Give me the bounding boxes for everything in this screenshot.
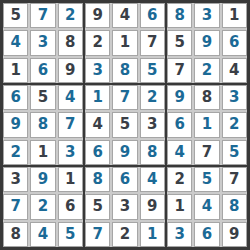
cell-r4c8[interactable]: 8: [194, 85, 219, 110]
cell-r8c4[interactable]: 5: [85, 194, 110, 219]
cell-r8c1[interactable]: 7: [3, 194, 28, 219]
cell-r4c5[interactable]: 7: [112, 85, 137, 110]
cell-r9c6[interactable]: 1: [140, 222, 165, 247]
cell-r2c2[interactable]: 3: [30, 30, 55, 55]
cell-r2c9[interactable]: 6: [222, 30, 247, 55]
cell-r2c1[interactable]: 4: [3, 30, 28, 55]
cell-r7c3[interactable]: 1: [58, 167, 83, 192]
cell-r7c7[interactable]: 2: [167, 167, 192, 192]
cell-r5c9[interactable]: 2: [222, 112, 247, 137]
cell-r5c2[interactable]: 8: [30, 112, 55, 137]
cell-r1c1[interactable]: 5: [3, 3, 28, 28]
cell-r4c7[interactable]: 9: [167, 85, 192, 110]
cell-r8c7[interactable]: 1: [167, 194, 192, 219]
cell-r5c5[interactable]: 5: [112, 112, 137, 137]
cell-r5c7[interactable]: 6: [167, 112, 192, 137]
cell-r7c2[interactable]: 9: [30, 167, 55, 192]
cell-r7c4[interactable]: 8: [85, 167, 110, 192]
cell-r9c1[interactable]: 8: [3, 222, 28, 247]
cell-r7c5[interactable]: 6: [112, 167, 137, 192]
cell-r3c5[interactable]: 8: [112, 58, 137, 83]
cell-r4c1[interactable]: 6: [3, 85, 28, 110]
cell-r4c3[interactable]: 4: [58, 85, 83, 110]
sudoku-board: 5724381699462173858315967246549872131724…: [0, 0, 250, 250]
cell-r1c6[interactable]: 6: [140, 3, 165, 28]
cell-r4c9[interactable]: 3: [222, 85, 247, 110]
cell-r4c4[interactable]: 1: [85, 85, 110, 110]
cell-r7c9[interactable]: 7: [222, 167, 247, 192]
cell-r9c5[interactable]: 2: [112, 222, 137, 247]
cell-r1c9[interactable]: 1: [222, 3, 247, 28]
cell-r7c8[interactable]: 5: [194, 167, 219, 192]
sudoku-block-5: 172453698: [85, 85, 165, 165]
cell-r8c6[interactable]: 9: [140, 194, 165, 219]
cell-r1c8[interactable]: 3: [194, 3, 219, 28]
cell-r8c5[interactable]: 3: [112, 194, 137, 219]
cell-r6c5[interactable]: 9: [112, 140, 137, 165]
cell-r6c1[interactable]: 2: [3, 140, 28, 165]
cell-r3c6[interactable]: 5: [140, 58, 165, 83]
cell-r1c7[interactable]: 8: [167, 3, 192, 28]
cell-r2c4[interactable]: 2: [85, 30, 110, 55]
cell-r9c8[interactable]: 6: [194, 222, 219, 247]
cell-r6c2[interactable]: 1: [30, 140, 55, 165]
cell-r6c9[interactable]: 5: [222, 140, 247, 165]
cell-r2c5[interactable]: 1: [112, 30, 137, 55]
sudoku-block-4: 654987213: [3, 85, 83, 165]
cell-r3c3[interactable]: 9: [58, 58, 83, 83]
cell-r9c7[interactable]: 3: [167, 222, 192, 247]
cell-r6c4[interactable]: 6: [85, 140, 110, 165]
sudoku-block-6: 983612475: [167, 85, 247, 165]
cell-r5c4[interactable]: 4: [85, 112, 110, 137]
cell-r1c5[interactable]: 4: [112, 3, 137, 28]
cell-r6c8[interactable]: 7: [194, 140, 219, 165]
cell-r1c4[interactable]: 9: [85, 3, 110, 28]
cell-r8c3[interactable]: 6: [58, 194, 83, 219]
sudoku-block-1: 572438169: [3, 3, 83, 83]
sudoku-block-8: 864539721: [85, 167, 165, 247]
cell-r3c2[interactable]: 6: [30, 58, 55, 83]
cell-r6c3[interactable]: 3: [58, 140, 83, 165]
cell-r6c7[interactable]: 4: [167, 140, 192, 165]
cell-r2c7[interactable]: 5: [167, 30, 192, 55]
cell-r2c3[interactable]: 8: [58, 30, 83, 55]
cell-r3c1[interactable]: 1: [3, 58, 28, 83]
cell-r9c9[interactable]: 9: [222, 222, 247, 247]
cell-r5c1[interactable]: 9: [3, 112, 28, 137]
cell-r4c2[interactable]: 5: [30, 85, 55, 110]
cell-r4c6[interactable]: 2: [140, 85, 165, 110]
cell-r9c2[interactable]: 4: [30, 222, 55, 247]
cell-r1c3[interactable]: 2: [58, 3, 83, 28]
cell-r3c7[interactable]: 7: [167, 58, 192, 83]
cell-r7c6[interactable]: 4: [140, 167, 165, 192]
cell-r8c9[interactable]: 8: [222, 194, 247, 219]
cell-r3c8[interactable]: 2: [194, 58, 219, 83]
sudoku-block-7: 391726845: [3, 167, 83, 247]
cell-r9c3[interactable]: 5: [58, 222, 83, 247]
cell-r8c8[interactable]: 4: [194, 194, 219, 219]
cell-r7c1[interactable]: 3: [3, 167, 28, 192]
cell-r1c2[interactable]: 7: [30, 3, 55, 28]
sudoku-block-9: 257148369: [167, 167, 247, 247]
cell-r2c8[interactable]: 9: [194, 30, 219, 55]
cell-r5c3[interactable]: 7: [58, 112, 83, 137]
cell-r5c8[interactable]: 1: [194, 112, 219, 137]
cell-r2c6[interactable]: 7: [140, 30, 165, 55]
sudoku-block-2: 946217385: [85, 3, 165, 83]
sudoku-block-3: 831596724: [167, 3, 247, 83]
cell-r8c2[interactable]: 2: [30, 194, 55, 219]
cell-r3c4[interactable]: 3: [85, 58, 110, 83]
cell-r9c4[interactable]: 7: [85, 222, 110, 247]
cell-r6c6[interactable]: 8: [140, 140, 165, 165]
cell-r5c6[interactable]: 3: [140, 112, 165, 137]
cell-r3c9[interactable]: 4: [222, 58, 247, 83]
